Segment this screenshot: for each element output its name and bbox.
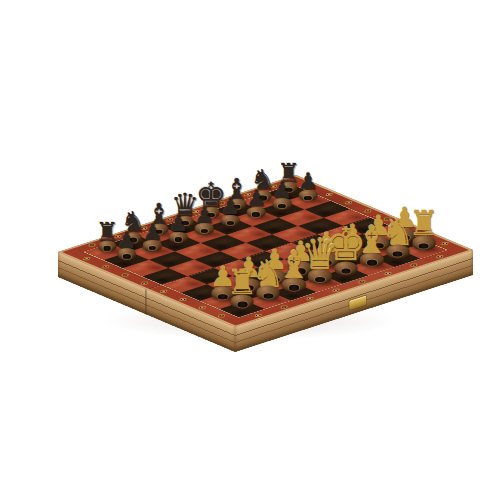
diamond-inlay-icon: [358, 281, 366, 283]
piece-black-pawn-e7[interactable]: ♟: [220, 196, 241, 226]
piece-drum-base: [412, 236, 436, 251]
diamond-inlay-icon: [345, 201, 353, 203]
scene: ♜♞♝♛♚♝♞♜♟♟♟♟♟♟♟♟♟♟♟♟♟♟♟♟♜♞♝♛♚♝♞♜: [0, 0, 500, 500]
diamond-inlay-icon: [280, 306, 288, 308]
diamond-inlay-icon: [306, 298, 314, 300]
diamond-inlay-icon: [254, 314, 262, 316]
diamond-inlay-icon: [179, 298, 187, 300]
piece-black-pawn-f7[interactable]: ♟: [246, 188, 267, 218]
piece-drum-base: [98, 241, 116, 252]
fold-seam-notch: [145, 289, 146, 314]
diamond-inlay-icon: [102, 266, 110, 268]
diamond-inlay-icon: [410, 264, 418, 266]
piece-black-pawn-a7[interactable]: ♟: [116, 230, 137, 260]
diamond-inlay-icon: [441, 242, 449, 244]
piece-black-pawn-h7[interactable]: ♟: [298, 171, 319, 201]
piece-drum-base: [247, 206, 266, 218]
piece-drum-base: [221, 215, 240, 227]
diamond-inlay-icon: [325, 193, 333, 195]
diamond-inlay-icon: [384, 272, 392, 274]
piece-drum-base: [308, 269, 332, 284]
piece-black-pawn-c7[interactable]: ♟: [168, 213, 189, 243]
piece-drum-base: [117, 248, 136, 260]
piece-drum-base: [282, 278, 306, 293]
piece-drum-base: [273, 198, 292, 210]
diamond-inlay-icon: [436, 256, 444, 258]
diamond-inlay-icon: [160, 290, 168, 292]
diamond-inlay-icon: [198, 306, 206, 308]
piece-black-pawn-g7[interactable]: ♟: [272, 180, 293, 210]
piece-drum-base: [169, 232, 188, 244]
piece-black-pawn-b7[interactable]: ♟: [142, 221, 163, 251]
diamond-inlay-icon: [82, 257, 90, 259]
diamond-inlay-icon: [217, 315, 225, 317]
diamond-inlay-icon: [88, 244, 96, 246]
piece-drum-base: [256, 286, 280, 301]
diamond-inlay-icon: [332, 289, 340, 291]
piece-drum-base: [386, 244, 410, 259]
piece-white-rook-a1[interactable]: ♜: [227, 266, 258, 309]
piece-drum-base: [230, 294, 254, 309]
piece-drum-base: [143, 240, 162, 252]
piece-black-pawn-d7[interactable]: ♟: [194, 205, 215, 235]
brass-hinge-icon: [349, 296, 366, 310]
piece-drum-base: [195, 223, 214, 235]
diamond-inlay-icon: [121, 274, 129, 276]
piece-drum-base: [299, 190, 318, 202]
diamond-inlay-icon: [140, 282, 148, 284]
